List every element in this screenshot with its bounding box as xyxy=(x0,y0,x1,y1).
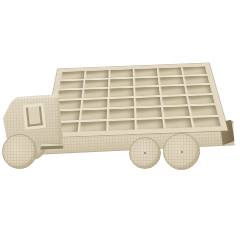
grid-cell xyxy=(159,76,183,85)
grid-cell xyxy=(161,86,186,95)
grid-cell xyxy=(190,105,218,115)
grid-cell xyxy=(84,79,108,88)
cargo-grid xyxy=(44,63,228,137)
grid-cell xyxy=(109,98,134,108)
grid-cell xyxy=(184,75,209,84)
grid-cell xyxy=(135,87,160,96)
grid-cell xyxy=(108,120,135,131)
grid-cell xyxy=(81,109,107,119)
grid-cell xyxy=(188,95,215,105)
product-photo-wooden-truck-shelf xyxy=(0,0,240,240)
grid-cell xyxy=(109,108,135,118)
grid-cell xyxy=(136,107,162,117)
grid-cell xyxy=(109,88,133,97)
grid-cell xyxy=(59,80,83,89)
grid-cell xyxy=(163,106,190,116)
grid-cell xyxy=(164,118,192,129)
wheel-hub-dot xyxy=(144,152,146,154)
grid-cell xyxy=(61,71,85,79)
grid-cell xyxy=(80,121,107,132)
cab-window-cutout xyxy=(23,103,46,130)
rear-wheel-left xyxy=(129,137,161,169)
grid-cell xyxy=(136,119,163,130)
grid-cell xyxy=(186,85,212,94)
cargo-bed xyxy=(40,23,228,138)
grid-cell xyxy=(85,70,108,78)
grid-cell xyxy=(135,77,159,86)
grid-cell xyxy=(192,116,221,127)
grid-cell xyxy=(134,68,157,76)
grid-cell xyxy=(136,97,161,107)
grid-cell xyxy=(182,66,206,74)
grid-cell xyxy=(110,78,134,87)
grid-cell xyxy=(110,69,133,77)
grid-cell xyxy=(57,90,82,99)
wheel-hub-dot xyxy=(181,151,183,153)
rear-wheel-right xyxy=(163,133,200,170)
cab-window-groove xyxy=(26,106,43,126)
grid-cell xyxy=(82,99,107,109)
grid-cell xyxy=(162,96,188,106)
grid-cell xyxy=(158,67,182,75)
grid-cell xyxy=(83,89,108,98)
front-wheel xyxy=(2,134,37,169)
